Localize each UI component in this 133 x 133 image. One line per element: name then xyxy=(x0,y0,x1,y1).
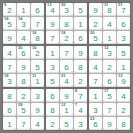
cage-sum: 12 xyxy=(61,103,65,107)
cell-r2c1[interactable]: 185 xyxy=(3,17,16,30)
box-5: 17936852142 xyxy=(46,46,87,87)
cell-r1c6[interactable]: 5 xyxy=(74,3,87,16)
cell-r4c6[interactable]: 9 xyxy=(74,46,87,59)
cell-r4c3[interactable]: 102 xyxy=(31,46,44,59)
cell-digit: 9 xyxy=(107,121,111,129)
box-7: 82362959174 xyxy=(3,89,44,130)
cell-r6c7[interactable]: 7 xyxy=(89,74,102,87)
cell-r9c7[interactable]: 236 xyxy=(89,117,102,130)
cell-digit: 5 xyxy=(107,93,111,101)
cell-r7c2[interactable]: 2 xyxy=(17,89,30,102)
cell-digit: 8 xyxy=(78,64,82,72)
cell-digit: 1 xyxy=(7,121,11,129)
cell-r2c3[interactable]: 7 xyxy=(31,17,44,30)
cell-digit: 3 xyxy=(7,78,11,86)
cell-r8c4[interactable]: 8 xyxy=(46,103,59,116)
cell-digit: 9 xyxy=(78,50,82,58)
cell-digit: 2 xyxy=(21,93,25,101)
cell-digit: 7 xyxy=(93,78,97,86)
cell-digit: 1 xyxy=(21,7,25,15)
cage-sum: 16 xyxy=(32,31,36,35)
cell-digit: 5 xyxy=(50,78,54,86)
cell-digit: 4 xyxy=(78,107,82,115)
box-4: 43061027951838111 xyxy=(3,46,44,87)
cell-digit: 2 xyxy=(64,35,68,43)
cell-r5c7[interactable]: 4 xyxy=(89,60,102,73)
cell-digit: 9 xyxy=(121,78,125,86)
cell-digit: 5 xyxy=(64,121,68,129)
cell-digit: 5 xyxy=(121,50,125,58)
cell-r9c5[interactable]: 5 xyxy=(60,117,73,130)
cell-r5c2[interactable]: 9 xyxy=(17,60,30,73)
cell-r3c6[interactable]: 6 xyxy=(74,31,87,44)
box-2: 134203598171826 xyxy=(46,3,87,44)
cell-digit: 3 xyxy=(35,93,39,101)
cell-digit: 7 xyxy=(7,64,11,72)
cell-digit: 8 xyxy=(7,93,11,101)
cell-digit: 6 xyxy=(35,7,39,15)
cell-digit: 6 xyxy=(21,50,25,58)
cell-r2c5[interactable]: 8 xyxy=(60,17,73,30)
cell-digit: 3 xyxy=(78,121,82,129)
cell-digit: 3 xyxy=(107,50,111,58)
cell-digit: 9 xyxy=(50,21,54,29)
box-1: 9216185143794168 xyxy=(3,3,44,44)
cell-r7c9[interactable]: 4 xyxy=(117,89,130,102)
cell-r4c7[interactable]: 8 xyxy=(89,46,102,59)
cell-r9c9[interactable]: 8 xyxy=(117,117,130,130)
cell-digit: 9 xyxy=(7,35,11,43)
cell-r9c2[interactable]: 7 xyxy=(17,117,30,130)
cell-digit: 7 xyxy=(78,93,82,101)
cage-sum: 12 xyxy=(104,46,108,50)
cell-digit: 4 xyxy=(21,35,25,43)
cell-r3c9[interactable]: 3 xyxy=(117,31,130,44)
cell-r3c8[interactable]: 1 xyxy=(103,31,116,44)
cell-digit: 9 xyxy=(93,7,97,15)
cell-digit: 6 xyxy=(93,121,97,129)
cage-sum: 14 xyxy=(18,17,22,21)
cell-r2c6[interactable]: 1 xyxy=(74,17,87,30)
cell-r1c3[interactable]: 6 xyxy=(31,3,44,16)
cell-r4c4[interactable]: 1 xyxy=(46,46,59,59)
cell-digit: 4 xyxy=(50,7,54,15)
box-9: 1175437223698 xyxy=(89,89,130,130)
cell-digit: 7 xyxy=(35,21,39,29)
cell-digit: 8 xyxy=(50,107,54,115)
cage-sum: 29 xyxy=(18,103,22,107)
cell-r6c6[interactable]: 2 xyxy=(74,74,87,87)
cell-r4c9[interactable]: 5 xyxy=(117,46,130,59)
cell-r7c4[interactable]: 6 xyxy=(46,89,59,102)
cell-r5c1[interactable]: 7 xyxy=(3,60,16,73)
cell-digit: 3 xyxy=(93,107,97,115)
cell-digit: 7 xyxy=(121,7,125,15)
cell-digit: 1 xyxy=(50,50,54,58)
cell-r1c8[interactable]: 118 xyxy=(103,3,116,16)
cell-r5c8[interactable]: 2 xyxy=(103,60,116,73)
cage-sum: 21 xyxy=(61,74,65,78)
cell-r2c4[interactable]: 9 xyxy=(46,17,59,30)
cell-r8c9[interactable]: 2 xyxy=(117,103,130,116)
cell-r9c3[interactable]: 4 xyxy=(31,117,44,130)
cage-sum: 18 xyxy=(4,17,8,21)
cell-digit: 2 xyxy=(107,64,111,72)
cell-r9c1[interactable]: 1 xyxy=(3,117,16,130)
cell-r1c4[interactable]: 134 xyxy=(46,3,59,16)
cell-r3c5[interactable]: 182 xyxy=(60,31,73,44)
cage-sum: 10 xyxy=(32,46,36,50)
cell-r4c8[interactable]: 123 xyxy=(103,46,116,59)
cell-r7c6[interactable]: 87 xyxy=(74,89,87,102)
cell-r3c7[interactable]: 205 xyxy=(89,31,102,44)
cell-digit: 2 xyxy=(78,78,82,86)
cell-r9c8[interactable]: 9 xyxy=(103,117,116,130)
cell-digit: 1 xyxy=(35,78,39,86)
cell-r7c5[interactable]: 9 xyxy=(60,89,73,102)
cell-digit: 2 xyxy=(50,121,54,129)
cell-digit: 1 xyxy=(93,93,97,101)
cell-r7c3[interactable]: 3 xyxy=(31,89,44,102)
cell-digit: 1 xyxy=(121,64,125,72)
cell-r8c2[interactable]: 295 xyxy=(17,103,30,116)
cell-digit: 4 xyxy=(107,21,111,29)
cell-digit: 7 xyxy=(64,50,68,58)
cell-r8c6[interactable]: 74 xyxy=(74,103,87,116)
cell-r5c4[interactable]: 3 xyxy=(46,60,59,73)
cell-r1c2[interactable]: 1 xyxy=(17,3,30,16)
cell-digit: 8 xyxy=(107,7,111,15)
cell-digit: 2 xyxy=(93,21,97,29)
cell-digit: 2 xyxy=(7,7,11,15)
cell-r4c2[interactable]: 306 xyxy=(17,46,30,59)
cell-digit: 9 xyxy=(64,93,68,101)
cell-r3c2[interactable]: 4 xyxy=(17,31,30,44)
cell-digit: 1 xyxy=(78,21,82,29)
cell-r2c8[interactable]: 4 xyxy=(103,17,116,30)
cell-digit: 8 xyxy=(93,50,97,58)
cell-digit: 7 xyxy=(21,121,25,129)
cell-digit: 4 xyxy=(7,50,11,58)
cell-r1c7[interactable]: 9 xyxy=(89,3,102,16)
cell-r6c5[interactable]: 214 xyxy=(60,74,73,87)
cell-digit: 4 xyxy=(121,93,125,101)
cell-r8c1[interactable]: 6 xyxy=(3,103,16,116)
box-6: 8123542176139 xyxy=(89,46,130,87)
cell-r5c3[interactable]: 5 xyxy=(31,60,44,73)
cell-r2c2[interactable]: 143 xyxy=(17,17,30,30)
cell-r2c9[interactable]: 6 xyxy=(117,17,130,30)
cell-digit: 9 xyxy=(21,64,25,72)
cell-r4c1[interactable]: 4 xyxy=(3,46,16,59)
cell-digit: 8 xyxy=(35,35,39,43)
cell-r6c2[interactable]: 8 xyxy=(17,74,30,87)
cell-digit: 5 xyxy=(21,107,25,115)
cell-digit: 6 xyxy=(121,21,125,29)
box-8: 6987812174253 xyxy=(46,89,87,130)
cell-digit: 6 xyxy=(64,64,68,72)
cell-digit: 4 xyxy=(64,78,68,86)
cell-digit: 2 xyxy=(35,50,39,58)
cage-sum: 11 xyxy=(104,3,108,7)
cell-digit: 6 xyxy=(7,107,11,115)
cage-sum: 18 xyxy=(4,74,8,78)
cell-r6c1[interactable]: 183 xyxy=(3,74,16,87)
cell-digit: 3 xyxy=(64,7,68,15)
cell-r7c8[interactable]: 175 xyxy=(103,89,116,102)
cell-r9c4[interactable]: 2 xyxy=(46,117,59,130)
cell-r9c6[interactable]: 3 xyxy=(74,117,87,130)
cell-digit: 8 xyxy=(21,78,25,86)
cell-digit: 5 xyxy=(35,64,39,72)
cell-r2c7[interactable]: 2 xyxy=(89,17,102,30)
cell-digit: 6 xyxy=(78,35,82,43)
cage-sum: 18 xyxy=(61,31,65,35)
cell-digit: 9 xyxy=(35,107,39,115)
cage-sum: 9 xyxy=(4,3,6,7)
cell-r5c9[interactable]: 1 xyxy=(117,60,130,73)
cell-digit: 8 xyxy=(64,21,68,29)
cage-sum: 20 xyxy=(61,3,65,7)
cell-digit: 5 xyxy=(7,21,11,29)
cell-r1c9[interactable]: 217 xyxy=(117,3,130,16)
cell-r8c5[interactable]: 121 xyxy=(60,103,73,116)
cell-digit: 4 xyxy=(35,121,39,129)
cell-r3c4[interactable]: 7 xyxy=(46,31,59,44)
cell-r3c3[interactable]: 168 xyxy=(31,31,44,44)
cell-r8c8[interactable]: 7 xyxy=(103,103,116,116)
cage-sum: 23 xyxy=(90,117,94,121)
cell-r6c8[interactable]: 6 xyxy=(103,74,116,87)
cell-r6c4[interactable]: 5 xyxy=(46,74,59,87)
cell-r5c6[interactable]: 8 xyxy=(74,60,87,73)
cell-r7c7[interactable]: 1 xyxy=(89,89,102,102)
cell-digit: 1 xyxy=(107,35,111,43)
cage-sum: 11 xyxy=(32,74,36,78)
cell-r4c5[interactable]: 7 xyxy=(60,46,73,59)
cage-sum: 20 xyxy=(90,31,94,35)
cell-digit: 1 xyxy=(64,107,68,115)
cell-r8c7[interactable]: 3 xyxy=(89,103,102,116)
cell-digit: 7 xyxy=(107,107,111,115)
cell-r1c5[interactable]: 203 xyxy=(60,3,73,16)
cell-r3c1[interactable]: 9 xyxy=(3,31,16,44)
cell-digit: 5 xyxy=(93,35,97,43)
cell-digit: 3 xyxy=(21,21,25,29)
box-3: 911821724620513 xyxy=(89,3,130,44)
cell-digit: 3 xyxy=(50,64,54,72)
cell-digit: 4 xyxy=(93,64,97,72)
cell-digit: 6 xyxy=(50,93,54,101)
cage-sum: 7 xyxy=(75,103,77,107)
cell-r8c3[interactable]: 9 xyxy=(31,103,44,116)
cage-sum: 8 xyxy=(75,89,77,93)
cage-sum: 30 xyxy=(18,46,22,50)
cage-sum: 17 xyxy=(104,89,108,93)
cell-r6c3[interactable]: 111 xyxy=(31,74,44,87)
cage-sum: 21 xyxy=(118,3,122,7)
cell-digit: 7 xyxy=(50,35,54,43)
cell-r6c9[interactable]: 139 xyxy=(117,74,130,87)
cell-digit: 6 xyxy=(107,78,111,86)
cell-digit: 3 xyxy=(121,35,125,43)
cage-sum: 13 xyxy=(47,3,51,7)
cage-sum: 13 xyxy=(118,74,122,78)
cell-r5c5[interactable]: 6 xyxy=(60,60,73,73)
cell-r1c1[interactable]: 92 xyxy=(3,3,16,16)
cell-r7c1[interactable]: 8 xyxy=(3,89,16,102)
cell-digit: 8 xyxy=(121,121,125,129)
cell-digit: 2 xyxy=(121,107,125,115)
killer-sudoku-board: 9216185143794168134203598171826911821724… xyxy=(0,0,133,133)
cell-digit: 5 xyxy=(78,7,82,15)
